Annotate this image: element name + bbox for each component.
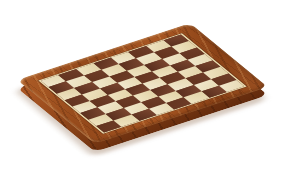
photo-background bbox=[0, 0, 290, 183]
playing-area bbox=[38, 33, 246, 133]
chess-board bbox=[17, 23, 268, 144]
